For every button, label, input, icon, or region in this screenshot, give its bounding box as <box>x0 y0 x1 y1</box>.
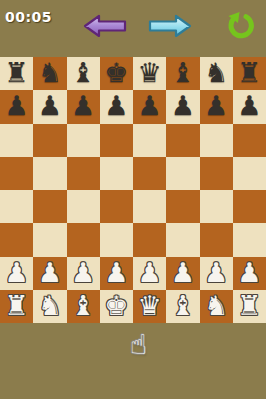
square-f3[interactable] <box>166 223 199 256</box>
square-c2[interactable]: ♟ <box>67 257 100 290</box>
square-f1[interactable]: ♝ <box>166 290 199 323</box>
square-h4[interactable] <box>233 190 266 223</box>
square-d6[interactable] <box>100 124 133 157</box>
square-g6[interactable] <box>200 124 233 157</box>
white-pawn-g2[interactable]: ♟ <box>204 259 228 286</box>
square-h2[interactable]: ♟ <box>233 257 266 290</box>
square-a8[interactable]: ♜ <box>0 57 33 90</box>
square-e2[interactable]: ♟ <box>133 257 166 290</box>
square-e1[interactable]: ♛ <box>133 290 166 323</box>
square-c4[interactable] <box>67 190 100 223</box>
square-e4[interactable] <box>133 190 166 223</box>
square-f6[interactable] <box>166 124 199 157</box>
back-arrow-icon <box>82 27 128 42</box>
square-e8[interactable]: ♛ <box>133 57 166 90</box>
square-b6[interactable] <box>33 124 66 157</box>
square-e3[interactable] <box>133 223 166 256</box>
square-a7[interactable]: ♟ <box>0 90 33 123</box>
white-bishop-f1[interactable]: ♝ <box>171 292 195 319</box>
game-timer: 00:05 <box>5 9 52 25</box>
square-a2[interactable]: ♟ <box>0 257 33 290</box>
white-pawn-f2[interactable]: ♟ <box>171 259 195 286</box>
white-pawn-h2[interactable]: ♟ <box>237 259 261 286</box>
square-g7[interactable]: ♟ <box>200 90 233 123</box>
square-h6[interactable] <box>233 124 266 157</box>
square-b7[interactable]: ♟ <box>33 90 66 123</box>
black-pawn-f7[interactable]: ♟ <box>171 92 195 119</box>
black-rook-h8[interactable]: ♜ <box>237 59 261 86</box>
square-c5[interactable] <box>67 157 100 190</box>
white-pawn-a2[interactable]: ♟ <box>5 259 29 286</box>
white-pawn-e2[interactable]: ♟ <box>138 259 162 286</box>
square-b4[interactable] <box>33 190 66 223</box>
white-bishop-c1[interactable]: ♝ <box>71 292 95 319</box>
forward-arrow-icon <box>147 27 193 42</box>
square-a3[interactable] <box>0 223 33 256</box>
square-f2[interactable]: ♟ <box>166 257 199 290</box>
black-pawn-e7[interactable]: ♟ <box>138 92 162 119</box>
restart-game-button[interactable] <box>225 11 257 43</box>
white-rook-h1[interactable]: ♜ <box>237 292 261 319</box>
square-b3[interactable] <box>33 223 66 256</box>
square-h1[interactable]: ♜ <box>233 290 266 323</box>
white-pawn-c2[interactable]: ♟ <box>71 259 95 286</box>
square-a5[interactable] <box>0 157 33 190</box>
black-pawn-h7[interactable]: ♟ <box>237 92 261 119</box>
white-king-d1[interactable]: ♚ <box>104 292 128 319</box>
black-pawn-a7[interactable]: ♟ <box>5 92 29 119</box>
square-d1[interactable]: ♚ <box>100 290 133 323</box>
black-queen-e8[interactable]: ♛ <box>138 59 162 86</box>
white-pawn-d2[interactable]: ♟ <box>104 259 128 286</box>
white-knight-b1[interactable]: ♞ <box>38 292 62 319</box>
square-d5[interactable] <box>100 157 133 190</box>
chess-app-screen: 00:05 <box>0 0 266 399</box>
black-knight-b8[interactable]: ♞ <box>38 59 62 86</box>
square-h8[interactable]: ♜ <box>233 57 266 90</box>
square-h3[interactable] <box>233 223 266 256</box>
square-g3[interactable] <box>200 223 233 256</box>
square-a1[interactable]: ♜ <box>0 290 33 323</box>
square-e6[interactable] <box>133 124 166 157</box>
square-f4[interactable] <box>166 190 199 223</box>
chess-board: ♜♞♝♚♛♝♞♜♟♟♟♟♟♟♟♟♟♟♟♟♟♟♟♟♜♞♝♚♛♝♞♜ <box>0 57 266 323</box>
hand-cursor[interactable]: ☝ <box>130 328 147 361</box>
square-c6[interactable] <box>67 124 100 157</box>
undo-move-button[interactable] <box>82 13 128 39</box>
square-g2[interactable]: ♟ <box>200 257 233 290</box>
square-g4[interactable] <box>200 190 233 223</box>
square-h7[interactable]: ♟ <box>233 90 266 123</box>
black-bishop-f8[interactable]: ♝ <box>171 59 195 86</box>
square-d4[interactable] <box>100 190 133 223</box>
restart-icon <box>225 31 257 46</box>
white-knight-g1[interactable]: ♞ <box>204 292 228 319</box>
redo-move-button[interactable] <box>147 13 193 39</box>
square-c3[interactable] <box>67 223 100 256</box>
square-d3[interactable] <box>100 223 133 256</box>
square-d8[interactable]: ♚ <box>100 57 133 90</box>
square-b1[interactable]: ♞ <box>33 290 66 323</box>
square-f7[interactable]: ♟ <box>166 90 199 123</box>
square-a4[interactable] <box>0 190 33 223</box>
square-e5[interactable] <box>133 157 166 190</box>
black-pawn-b7[interactable]: ♟ <box>38 92 62 119</box>
white-rook-a1[interactable]: ♜ <box>5 292 29 319</box>
square-e7[interactable]: ♟ <box>133 90 166 123</box>
square-g5[interactable] <box>200 157 233 190</box>
square-b5[interactable] <box>33 157 66 190</box>
square-c7[interactable]: ♟ <box>67 90 100 123</box>
black-knight-g8[interactable]: ♞ <box>204 59 228 86</box>
black-bishop-c8[interactable]: ♝ <box>71 59 95 86</box>
square-g8[interactable]: ♞ <box>200 57 233 90</box>
black-king-d8[interactable]: ♚ <box>104 59 128 86</box>
square-a6[interactable] <box>0 124 33 157</box>
square-d2[interactable]: ♟ <box>100 257 133 290</box>
black-rook-a8[interactable]: ♜ <box>5 59 29 86</box>
square-c8[interactable]: ♝ <box>67 57 100 90</box>
square-d7[interactable]: ♟ <box>100 90 133 123</box>
black-pawn-c7[interactable]: ♟ <box>71 92 95 119</box>
white-pawn-b2[interactable]: ♟ <box>38 259 62 286</box>
square-b2[interactable]: ♟ <box>33 257 66 290</box>
square-g1[interactable]: ♞ <box>200 290 233 323</box>
white-queen-e1[interactable]: ♛ <box>138 292 162 319</box>
black-pawn-d7[interactable]: ♟ <box>104 92 128 119</box>
square-c1[interactable]: ♝ <box>67 290 100 323</box>
square-h5[interactable] <box>233 157 266 190</box>
square-f8[interactable]: ♝ <box>166 57 199 90</box>
square-b8[interactable]: ♞ <box>33 57 66 90</box>
square-f5[interactable] <box>166 157 199 190</box>
black-pawn-g7[interactable]: ♟ <box>204 92 228 119</box>
